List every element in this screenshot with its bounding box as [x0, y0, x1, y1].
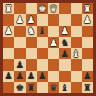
piece-black-rook: ♜	[27, 82, 36, 92]
square-h7[interactable]: ♟	[3, 71, 14, 82]
square-d5[interactable]	[48, 48, 59, 59]
piece-black-rook: ♜	[83, 82, 92, 92]
piece-white-pawn: ♟	[49, 37, 58, 47]
square-f2[interactable]: ♟	[26, 14, 37, 25]
square-a1[interactable]: ♜	[82, 3, 93, 14]
piece-white-pawn: ♟	[27, 15, 36, 25]
square-e8[interactable]	[37, 82, 48, 93]
chess-board-frame: ♜♚♛♜♟♟♟♟♞♝♟♟♞♟♝♟♟♟♟♟♟♚♜♛♝♜	[0, 0, 96, 96]
square-a5[interactable]	[82, 48, 93, 59]
piece-black-pawn: ♟	[38, 71, 47, 81]
square-e7[interactable]: ♟	[37, 71, 48, 82]
square-g3[interactable]	[14, 26, 25, 37]
square-g5[interactable]	[14, 48, 25, 59]
square-a7[interactable]: ♟	[82, 71, 93, 82]
piece-black-pawn: ♟	[16, 60, 25, 70]
square-e3[interactable]: ♝	[37, 26, 48, 37]
square-d7[interactable]	[48, 71, 59, 82]
square-g6[interactable]: ♟	[14, 59, 25, 70]
square-c6[interactable]	[59, 59, 70, 70]
square-b1[interactable]	[71, 3, 82, 14]
piece-black-knight: ♞	[61, 37, 70, 47]
square-d4[interactable]: ♟	[48, 37, 59, 48]
square-g8[interactable]: ♚	[14, 82, 25, 93]
piece-black-queen: ♛	[49, 82, 58, 92]
piece-black-bishop: ♝	[38, 26, 47, 36]
square-e5[interactable]	[37, 48, 48, 59]
piece-black-pawn: ♟	[27, 71, 36, 81]
square-d1[interactable]: ♛	[48, 3, 59, 14]
square-c4[interactable]: ♞	[59, 37, 70, 48]
piece-black-king: ♚	[16, 82, 25, 92]
piece-white-rook: ♜	[83, 3, 92, 13]
square-a6[interactable]	[82, 59, 93, 70]
piece-white-pawn: ♟	[4, 26, 13, 36]
square-f1[interactable]	[26, 3, 37, 14]
square-c7[interactable]	[59, 71, 70, 82]
square-b2[interactable]	[71, 14, 82, 25]
square-g1[interactable]	[14, 3, 25, 14]
piece-white-pawn: ♟	[16, 15, 25, 25]
piece-white-bishop: ♝	[72, 48, 81, 58]
piece-black-pawn: ♟	[16, 71, 25, 81]
piece-white-king: ♚	[38, 3, 47, 13]
square-h5[interactable]	[3, 48, 14, 59]
square-c1[interactable]	[59, 3, 70, 14]
square-a3[interactable]	[82, 26, 93, 37]
square-d6[interactable]	[48, 59, 59, 70]
square-c8[interactable]: ♝	[59, 82, 70, 93]
square-a2[interactable]: ♟	[82, 14, 93, 25]
square-f6[interactable]	[26, 59, 37, 70]
square-h2[interactable]	[3, 14, 14, 25]
square-e6[interactable]	[37, 59, 48, 70]
square-b8[interactable]	[71, 82, 82, 93]
piece-white-knight: ♞	[27, 26, 36, 36]
square-d3[interactable]	[48, 26, 59, 37]
square-b4[interactable]	[71, 37, 82, 48]
square-e1[interactable]: ♚	[37, 3, 48, 14]
piece-black-pawn: ♟	[61, 48, 70, 58]
chess-board: ♜♚♛♜♟♟♟♟♞♝♟♟♞♟♝♟♟♟♟♟♟♚♜♛♝♜	[3, 3, 93, 93]
square-b5[interactable]: ♝	[71, 48, 82, 59]
square-f3[interactable]: ♞	[26, 26, 37, 37]
square-a4[interactable]	[82, 37, 93, 48]
square-h4[interactable]	[3, 37, 14, 48]
square-d2[interactable]	[48, 14, 59, 25]
square-f8[interactable]: ♜	[26, 82, 37, 93]
piece-white-rook: ♜	[4, 3, 13, 13]
square-g7[interactable]: ♟	[14, 71, 25, 82]
piece-white-pawn: ♟	[61, 26, 70, 36]
square-a8[interactable]: ♜	[82, 82, 93, 93]
piece-white-queen: ♛	[49, 3, 58, 13]
square-h3[interactable]: ♟	[3, 26, 14, 37]
square-c3[interactable]: ♟	[59, 26, 70, 37]
square-b6[interactable]	[71, 59, 82, 70]
square-h1[interactable]: ♜	[3, 3, 14, 14]
square-c5[interactable]: ♟	[59, 48, 70, 59]
square-f7[interactable]: ♟	[26, 71, 37, 82]
square-h8[interactable]	[3, 82, 14, 93]
square-g2[interactable]: ♟	[14, 14, 25, 25]
piece-white-pawn: ♟	[83, 15, 92, 25]
square-b7[interactable]	[71, 71, 82, 82]
square-b3[interactable]	[71, 26, 82, 37]
piece-black-pawn: ♟	[4, 71, 13, 81]
square-e4[interactable]	[37, 37, 48, 48]
square-f5[interactable]	[26, 48, 37, 59]
square-f4[interactable]	[26, 37, 37, 48]
square-c2[interactable]	[59, 14, 70, 25]
square-g4[interactable]	[14, 37, 25, 48]
piece-black-pawn: ♟	[83, 71, 92, 81]
square-h6[interactable]	[3, 59, 14, 70]
piece-black-bishop: ♝	[61, 82, 70, 92]
square-e2[interactable]	[37, 14, 48, 25]
square-d8[interactable]: ♛	[48, 82, 59, 93]
